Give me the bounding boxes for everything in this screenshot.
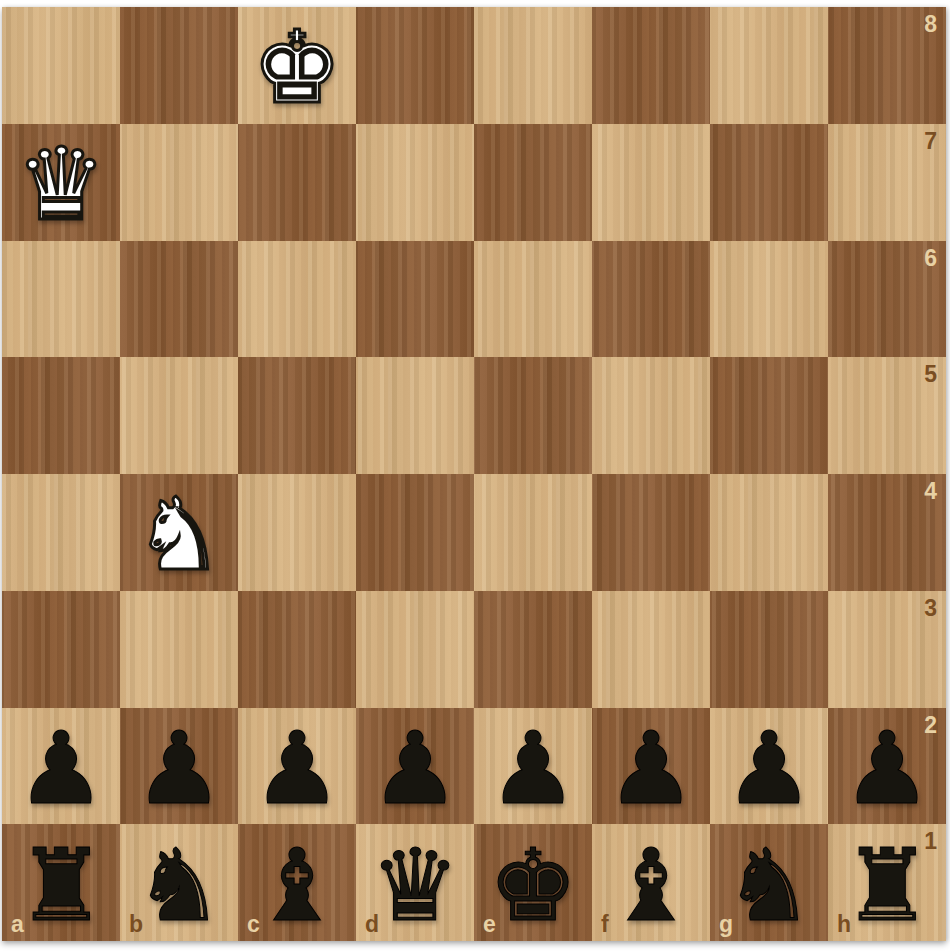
rank-label-6: 6 [924, 247, 937, 270]
square-c2[interactable]: ♟ [238, 708, 356, 825]
square-g2[interactable]: ♟ [710, 708, 828, 825]
piece-white-king[interactable]: ♚ [252, 18, 342, 118]
square-b3[interactable] [120, 591, 238, 708]
square-e4[interactable] [474, 474, 592, 591]
square-c4[interactable] [238, 474, 356, 591]
square-b5[interactable] [120, 357, 238, 474]
piece-black-pawn[interactable]: ♟ [488, 719, 578, 819]
square-c7[interactable] [238, 124, 356, 241]
square-e5[interactable] [474, 357, 592, 474]
piece-black-knight[interactable]: ♞ [724, 836, 814, 936]
square-e6[interactable] [474, 241, 592, 358]
square-a4[interactable] [2, 474, 120, 591]
square-g4[interactable] [710, 474, 828, 591]
square-h8[interactable]: 8 [828, 7, 946, 124]
square-e1[interactable]: e♚ [474, 824, 592, 941]
square-d1[interactable]: d♛ [356, 824, 474, 941]
square-g6[interactable] [710, 241, 828, 358]
square-e2[interactable]: ♟ [474, 708, 592, 825]
square-g1[interactable]: g♞ [710, 824, 828, 941]
square-c5[interactable] [238, 357, 356, 474]
square-h2[interactable]: 2♟ [828, 708, 946, 825]
piece-black-bishop[interactable]: ♝ [606, 836, 696, 936]
rank-label-7: 7 [924, 130, 937, 153]
piece-black-pawn[interactable]: ♟ [252, 719, 342, 819]
square-a8[interactable] [2, 7, 120, 124]
square-h6[interactable]: 6 [828, 241, 946, 358]
square-f5[interactable] [592, 357, 710, 474]
square-h7[interactable]: 7 [828, 124, 946, 241]
piece-black-rook[interactable]: ♜ [16, 836, 106, 936]
square-f1[interactable]: f♝ [592, 824, 710, 941]
piece-black-bishop[interactable]: ♝ [252, 836, 342, 936]
piece-black-rook[interactable]: ♜ [842, 836, 932, 936]
square-b4[interactable]: ♞ [120, 474, 238, 591]
square-f2[interactable]: ♟ [592, 708, 710, 825]
piece-black-pawn[interactable]: ♟ [724, 719, 814, 819]
chess-board: ♚8♛765♞43♟♟♟♟♟♟♟2♟a♜b♞c♝d♛e♚f♝g♞1h♜ [2, 7, 946, 941]
square-g3[interactable] [710, 591, 828, 708]
piece-black-pawn[interactable]: ♟ [370, 719, 460, 819]
square-b2[interactable]: ♟ [120, 708, 238, 825]
square-g7[interactable] [710, 124, 828, 241]
square-b7[interactable] [120, 124, 238, 241]
rank-label-5: 5 [924, 363, 937, 386]
square-a1[interactable]: a♜ [2, 824, 120, 941]
square-d6[interactable] [356, 241, 474, 358]
piece-black-pawn[interactable]: ♟ [606, 719, 696, 819]
square-c3[interactable] [238, 591, 356, 708]
square-b8[interactable] [120, 7, 238, 124]
square-d4[interactable] [356, 474, 474, 591]
square-g8[interactable] [710, 7, 828, 124]
square-d3[interactable] [356, 591, 474, 708]
square-h1[interactable]: 1h♜ [828, 824, 946, 941]
rank-label-4: 4 [924, 480, 937, 503]
rank-label-3: 3 [924, 597, 937, 620]
piece-black-pawn[interactable]: ♟ [134, 719, 224, 819]
square-h4[interactable]: 4 [828, 474, 946, 591]
piece-black-pawn[interactable]: ♟ [16, 719, 106, 819]
rank-label-8: 8 [924, 13, 937, 36]
square-e3[interactable] [474, 591, 592, 708]
piece-white-queen[interactable]: ♛ [16, 135, 106, 235]
square-b1[interactable]: b♞ [120, 824, 238, 941]
square-f3[interactable] [592, 591, 710, 708]
square-e7[interactable] [474, 124, 592, 241]
square-d5[interactable] [356, 357, 474, 474]
square-b6[interactable] [120, 241, 238, 358]
square-f7[interactable] [592, 124, 710, 241]
square-f6[interactable] [592, 241, 710, 358]
square-h3[interactable]: 3 [828, 591, 946, 708]
square-c8[interactable]: ♚ [238, 7, 356, 124]
square-c1[interactable]: c♝ [238, 824, 356, 941]
square-d8[interactable] [356, 7, 474, 124]
square-a2[interactable]: ♟ [2, 708, 120, 825]
square-d2[interactable]: ♟ [356, 708, 474, 825]
square-g5[interactable] [710, 357, 828, 474]
square-a6[interactable] [2, 241, 120, 358]
square-f8[interactable] [592, 7, 710, 124]
square-c6[interactable] [238, 241, 356, 358]
square-a3[interactable] [2, 591, 120, 708]
square-e8[interactable] [474, 7, 592, 124]
piece-black-pawn[interactable]: ♟ [842, 719, 932, 819]
piece-black-queen[interactable]: ♛ [370, 836, 460, 936]
square-a7[interactable]: ♛ [2, 124, 120, 241]
piece-black-king[interactable]: ♚ [488, 836, 578, 936]
piece-white-knight[interactable]: ♞ [134, 485, 224, 585]
square-a5[interactable] [2, 357, 120, 474]
square-d7[interactable] [356, 124, 474, 241]
square-h5[interactable]: 5 [828, 357, 946, 474]
piece-black-knight[interactable]: ♞ [134, 836, 224, 936]
square-f4[interactable] [592, 474, 710, 591]
